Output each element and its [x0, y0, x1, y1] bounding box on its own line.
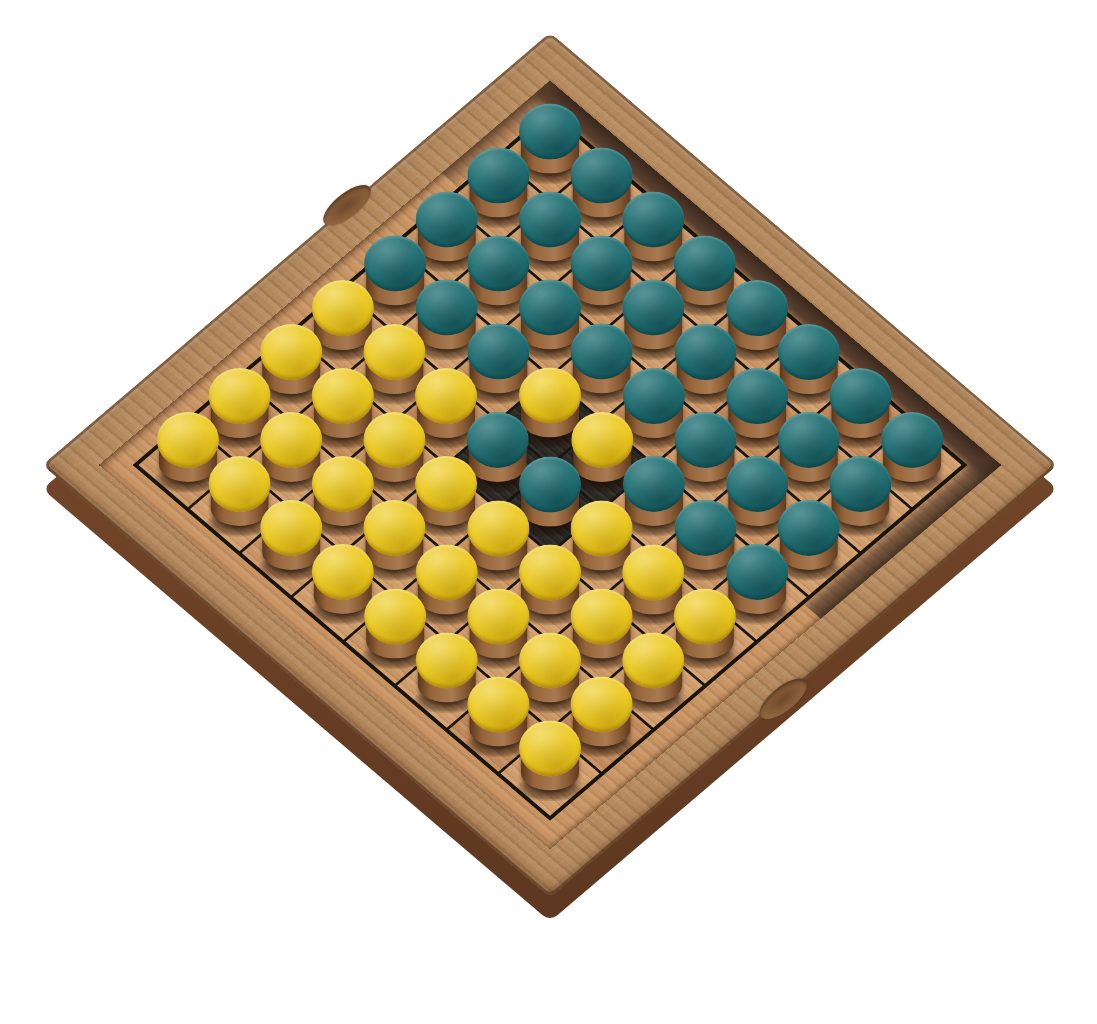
peg-wood-side	[211, 398, 269, 438]
peg-wood-side	[728, 398, 786, 438]
peg-wood-side	[624, 574, 682, 614]
photo-background	[0, 0, 1097, 1024]
peg-hole-shadow	[826, 511, 894, 537]
peg-wood-side	[728, 310, 786, 350]
peg-hole-shadow	[775, 555, 843, 581]
board-grid	[133, 110, 967, 821]
peg-wood-side	[831, 486, 889, 526]
peg-hole-shadow	[671, 643, 739, 669]
peg-wood-side	[521, 310, 579, 350]
peg-wood-side	[469, 354, 527, 394]
peg-wood-side	[728, 486, 786, 526]
board-surface	[99, 81, 1001, 850]
peg-wood-side	[521, 574, 579, 614]
peg-wood-side	[262, 442, 320, 482]
peg-wood-side	[573, 530, 631, 570]
peg-wood-side	[676, 266, 734, 306]
peg-wood-side	[573, 354, 631, 394]
peg-hole-shadow	[516, 775, 584, 801]
peg-wood-side	[573, 266, 631, 306]
peg-wood-side	[521, 750, 579, 790]
finger-notch-upper-left	[316, 179, 378, 232]
peg-wood-side	[624, 486, 682, 526]
peg-wood-side	[418, 222, 476, 262]
peg-wood-side	[883, 442, 941, 482]
peg-wood-side	[573, 442, 631, 482]
peg-wood-side	[780, 442, 838, 482]
peg-wood-side	[366, 266, 424, 306]
peg-wood-side	[366, 354, 424, 394]
peg-wood-side	[366, 618, 424, 658]
peg-wood-side	[314, 310, 372, 350]
peg-wood-side	[521, 222, 579, 262]
peg-wood-side	[314, 574, 372, 614]
peg-wood-side	[469, 706, 527, 746]
peg-wood-side	[262, 530, 320, 570]
peg-wood-side	[314, 398, 372, 438]
peg-wood-side	[573, 618, 631, 658]
peg-wood-side	[469, 618, 527, 658]
peg-wood-side	[521, 134, 579, 174]
peg-hole-shadow	[568, 731, 636, 757]
peg-wood-side	[676, 442, 734, 482]
peg-wood-side	[676, 530, 734, 570]
peg-wood-side	[521, 662, 579, 702]
peg-wood-side	[418, 662, 476, 702]
peg-wood-side	[831, 398, 889, 438]
peg-wood-side	[366, 442, 424, 482]
peg-wood-side	[624, 310, 682, 350]
peg-wood-side	[418, 398, 476, 438]
peg-wood-side	[418, 310, 476, 350]
peg-wood-side	[573, 706, 631, 746]
othello-board-tray	[42, 32, 1057, 897]
peg-wood-side	[314, 486, 372, 526]
peg-wood-side	[366, 530, 424, 570]
peg-hole-shadow	[723, 599, 791, 625]
peg-hole-shadow	[878, 467, 946, 493]
peg-wood-side	[521, 398, 579, 438]
peg-wood-side	[418, 574, 476, 614]
peg-wood-side	[624, 398, 682, 438]
peg-wood-side	[211, 486, 269, 526]
peg-wood-side	[159, 442, 217, 482]
peg-wood-side	[676, 354, 734, 394]
peg-wood-side	[469, 442, 527, 482]
peg-wood-side	[469, 178, 527, 218]
peg-wood-side	[418, 486, 476, 526]
peg-wood-side	[624, 662, 682, 702]
peg-wood-side	[469, 266, 527, 306]
peg-wood-side	[728, 574, 786, 614]
peg-wood-side	[521, 486, 579, 526]
peg-wood-side	[676, 618, 734, 658]
peg-wood-side	[469, 530, 527, 570]
peg-wood-side	[573, 178, 631, 218]
peg-wood-side	[780, 530, 838, 570]
peg-hole-shadow	[619, 687, 687, 713]
peg-wood-side	[624, 222, 682, 262]
peg-wood-side	[262, 354, 320, 394]
peg-wood-side	[780, 354, 838, 394]
